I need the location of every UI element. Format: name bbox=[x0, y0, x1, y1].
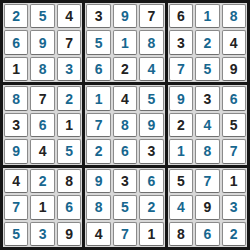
sudoku-cell-r4c9[interactable]: 6 bbox=[222, 86, 246, 110]
sudoku-cell-r9c2[interactable]: 3 bbox=[30, 222, 54, 246]
sudoku-cell-r2c5[interactable]: 1 bbox=[113, 30, 137, 54]
sudoku-cell-r9c6[interactable]: 1 bbox=[139, 222, 163, 246]
sudoku-cell-r7c5[interactable]: 3 bbox=[113, 169, 137, 193]
sudoku-cell-r8c3[interactable]: 6 bbox=[57, 195, 81, 219]
sudoku-cell-r7c7[interactable]: 5 bbox=[169, 169, 193, 193]
sudoku-cell-r4c7[interactable]: 9 bbox=[169, 86, 193, 110]
sudoku-cell-r4c6[interactable]: 5 bbox=[139, 86, 163, 110]
sudoku-cell-r5c6[interactable]: 9 bbox=[139, 113, 163, 137]
sudoku-cell-r5c5[interactable]: 8 bbox=[113, 113, 137, 137]
sudoku-cell-r9c3[interactable]: 9 bbox=[57, 222, 81, 246]
sudoku-cell-r3c9[interactable]: 9 bbox=[222, 57, 246, 81]
sudoku-cell-r6c4[interactable]: 2 bbox=[86, 139, 110, 163]
sudoku-box-4: 872361945 bbox=[3, 85, 82, 164]
sudoku-cell-r5c4[interactable]: 7 bbox=[86, 113, 110, 137]
sudoku-cell-r6c9[interactable]: 7 bbox=[222, 139, 246, 163]
sudoku-cell-r3c1[interactable]: 1 bbox=[4, 57, 28, 81]
sudoku-box-1: 254697183 bbox=[3, 3, 82, 82]
sudoku-cell-r2c2[interactable]: 9 bbox=[30, 30, 54, 54]
sudoku-cell-r1c3[interactable]: 4 bbox=[57, 4, 81, 28]
sudoku-cell-r9c8[interactable]: 6 bbox=[195, 222, 219, 246]
sudoku-cell-r1c2[interactable]: 5 bbox=[30, 4, 54, 28]
sudoku-cell-r2c9[interactable]: 4 bbox=[222, 30, 246, 54]
sudoku-cell-r2c8[interactable]: 2 bbox=[195, 30, 219, 54]
sudoku-cell-r4c2[interactable]: 7 bbox=[30, 86, 54, 110]
sudoku-box-6: 936245187 bbox=[168, 85, 247, 164]
sudoku-cell-r7c6[interactable]: 6 bbox=[139, 169, 163, 193]
sudoku-box-8: 936852471 bbox=[85, 168, 164, 247]
sudoku-cell-r9c9[interactable]: 2 bbox=[222, 222, 246, 246]
sudoku-cell-r4c5[interactable]: 4 bbox=[113, 86, 137, 110]
sudoku-cell-r9c5[interactable]: 7 bbox=[113, 222, 137, 246]
sudoku-cell-r2c6[interactable]: 8 bbox=[139, 30, 163, 54]
sudoku-cell-r5c7[interactable]: 2 bbox=[169, 113, 193, 137]
sudoku-cell-r7c4[interactable]: 9 bbox=[86, 169, 110, 193]
sudoku-cell-r3c3[interactable]: 3 bbox=[57, 57, 81, 81]
sudoku-cell-r6c3[interactable]: 5 bbox=[57, 139, 81, 163]
sudoku-cell-r8c4[interactable]: 8 bbox=[86, 195, 110, 219]
sudoku-cell-r3c8[interactable]: 5 bbox=[195, 57, 219, 81]
sudoku-cell-r2c7[interactable]: 3 bbox=[169, 30, 193, 54]
sudoku-cell-r3c7[interactable]: 7 bbox=[169, 57, 193, 81]
sudoku-cell-r6c6[interactable]: 3 bbox=[139, 139, 163, 163]
sudoku-cell-r1c7[interactable]: 6 bbox=[169, 4, 193, 28]
sudoku-cell-r1c5[interactable]: 9 bbox=[113, 4, 137, 28]
sudoku-cell-r1c9[interactable]: 8 bbox=[222, 4, 246, 28]
sudoku-cell-r8c8[interactable]: 9 bbox=[195, 195, 219, 219]
sudoku-box-5: 145789263 bbox=[85, 85, 164, 164]
sudoku-box-2: 397518624 bbox=[85, 3, 164, 82]
sudoku-cell-r3c5[interactable]: 2 bbox=[113, 57, 137, 81]
sudoku-cell-r9c7[interactable]: 8 bbox=[169, 222, 193, 246]
sudoku-cell-r6c8[interactable]: 8 bbox=[195, 139, 219, 163]
sudoku-board: 2546971833975186246183247598723619451457… bbox=[0, 0, 250, 250]
sudoku-cell-r7c8[interactable]: 7 bbox=[195, 169, 219, 193]
sudoku-cell-r1c1[interactable]: 2 bbox=[4, 4, 28, 28]
sudoku-box-7: 428716539 bbox=[3, 168, 82, 247]
sudoku-cell-r7c3[interactable]: 8 bbox=[57, 169, 81, 193]
sudoku-cell-r8c5[interactable]: 5 bbox=[113, 195, 137, 219]
sudoku-cell-r4c1[interactable]: 8 bbox=[4, 86, 28, 110]
sudoku-cell-r5c8[interactable]: 4 bbox=[195, 113, 219, 137]
sudoku-cell-r5c2[interactable]: 6 bbox=[30, 113, 54, 137]
sudoku-cell-r3c4[interactable]: 6 bbox=[86, 57, 110, 81]
sudoku-cell-r4c3[interactable]: 2 bbox=[57, 86, 81, 110]
sudoku-cell-r6c7[interactable]: 1 bbox=[169, 139, 193, 163]
sudoku-cell-r2c1[interactable]: 6 bbox=[4, 30, 28, 54]
sudoku-cell-r6c2[interactable]: 4 bbox=[30, 139, 54, 163]
sudoku-cell-r4c4[interactable]: 1 bbox=[86, 86, 110, 110]
sudoku-cell-r6c1[interactable]: 9 bbox=[4, 139, 28, 163]
sudoku-cell-r7c1[interactable]: 4 bbox=[4, 169, 28, 193]
sudoku-box-3: 618324759 bbox=[168, 3, 247, 82]
sudoku-cell-r8c1[interactable]: 7 bbox=[4, 195, 28, 219]
sudoku-box-9: 571493862 bbox=[168, 168, 247, 247]
sudoku-cell-r7c2[interactable]: 2 bbox=[30, 169, 54, 193]
sudoku-cell-r3c6[interactable]: 4 bbox=[139, 57, 163, 81]
sudoku-cell-r8c9[interactable]: 3 bbox=[222, 195, 246, 219]
sudoku-cell-r8c7[interactable]: 4 bbox=[169, 195, 193, 219]
sudoku-cell-r1c8[interactable]: 1 bbox=[195, 4, 219, 28]
sudoku-cell-r8c2[interactable]: 1 bbox=[30, 195, 54, 219]
sudoku-cell-r9c4[interactable]: 4 bbox=[86, 222, 110, 246]
sudoku-cell-r7c9[interactable]: 1 bbox=[222, 169, 246, 193]
sudoku-cell-r5c3[interactable]: 1 bbox=[57, 113, 81, 137]
sudoku-cell-r4c8[interactable]: 3 bbox=[195, 86, 219, 110]
sudoku-cell-r5c1[interactable]: 3 bbox=[4, 113, 28, 137]
sudoku-cell-r2c4[interactable]: 5 bbox=[86, 30, 110, 54]
sudoku-cell-r2c3[interactable]: 7 bbox=[57, 30, 81, 54]
sudoku-cell-r5c9[interactable]: 5 bbox=[222, 113, 246, 137]
sudoku-cell-r9c1[interactable]: 5 bbox=[4, 222, 28, 246]
sudoku-cell-r1c4[interactable]: 3 bbox=[86, 4, 110, 28]
sudoku-cell-r3c2[interactable]: 8 bbox=[30, 57, 54, 81]
sudoku-cell-r8c6[interactable]: 2 bbox=[139, 195, 163, 219]
sudoku-cell-r6c5[interactable]: 6 bbox=[113, 139, 137, 163]
sudoku-cell-r1c6[interactable]: 7 bbox=[139, 4, 163, 28]
